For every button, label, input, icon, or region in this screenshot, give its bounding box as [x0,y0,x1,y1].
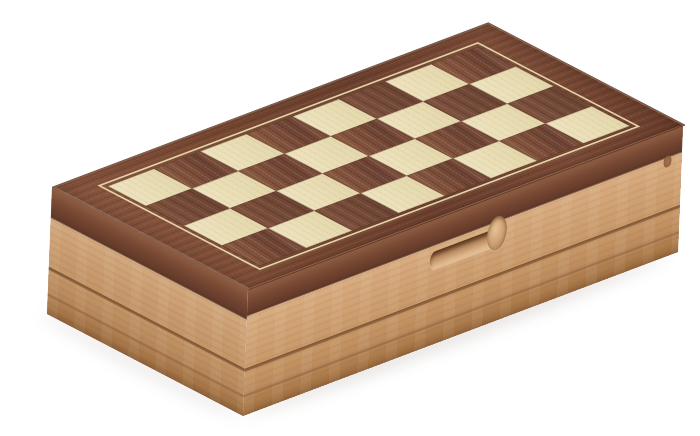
chess-box-photo [0,0,700,436]
